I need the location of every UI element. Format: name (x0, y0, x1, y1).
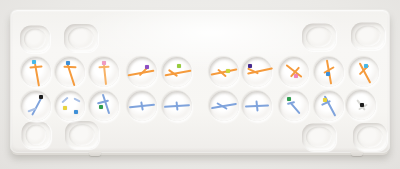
tray-foot-right (351, 151, 363, 156)
bead-yellowGreen (226, 69, 230, 73)
bead-magenta (294, 74, 298, 78)
bead-darkPurple (248, 64, 252, 68)
pit-r1c8[interactable] (314, 91, 344, 121)
store-top-1[interactable] (20, 26, 50, 53)
stick-orange (63, 66, 76, 68)
pit-r0c9[interactable] (349, 57, 379, 87)
pit-r1c2[interactable] (89, 91, 119, 121)
tray-foot-left (89, 151, 101, 156)
pit-r0c0[interactable] (21, 57, 51, 87)
pit-r0c2[interactable] (89, 57, 119, 87)
store-bottom-8[interactable] (353, 123, 387, 151)
bead-dotBlue (74, 110, 78, 114)
pit-r1c9[interactable] (346, 90, 376, 120)
bead-green (99, 105, 103, 109)
pit-r1c4[interactable] (162, 91, 192, 121)
store-well (306, 27, 332, 48)
store-well (24, 29, 46, 50)
tray (10, 9, 390, 153)
pit-r0c8[interactable] (314, 57, 344, 87)
bead-purple (145, 65, 149, 69)
store-bottom-6[interactable] (65, 121, 99, 149)
bead-pink (102, 61, 106, 65)
store-bottom-7[interactable] (302, 124, 336, 151)
bead-black (39, 95, 43, 99)
stick-blueLight (61, 97, 68, 104)
bead-lime (177, 64, 181, 68)
pit-r1c5[interactable] (209, 91, 239, 121)
stick-orangeLight (98, 66, 109, 68)
pit-r0c3[interactable] (127, 57, 157, 87)
pit-r1c1[interactable] (55, 91, 85, 121)
bead-black (360, 103, 364, 107)
bead-dotBlue (326, 72, 330, 76)
store-well (26, 125, 47, 146)
store-well (68, 27, 94, 49)
bead-green (287, 97, 291, 101)
stick-blue (102, 94, 110, 115)
store-well (357, 126, 383, 148)
bead-cyan (32, 60, 36, 64)
bead-yellow (323, 98, 327, 102)
store-bottom-5[interactable] (22, 122, 51, 149)
photo-scene (0, 0, 400, 169)
pit-r0c5[interactable] (209, 57, 239, 87)
store-well (69, 124, 95, 146)
pit-r1c0[interactable] (21, 91, 51, 121)
pit-r1c3[interactable] (127, 91, 157, 121)
stick-blue (255, 100, 258, 111)
pit-r0c1[interactable] (55, 57, 85, 87)
pit-r0c4[interactable] (162, 57, 192, 87)
pit-r1c7[interactable] (279, 91, 309, 121)
stick-blueLight (73, 97, 80, 102)
store-well (306, 127, 332, 148)
stick-blue (176, 101, 179, 110)
bead-cyan (364, 64, 368, 68)
store-well (355, 26, 381, 47)
stick-blue (31, 96, 43, 115)
bead-dotBlue (66, 61, 70, 65)
pit-r0c6[interactable] (242, 57, 272, 87)
store-top-3[interactable] (302, 24, 336, 51)
store-top-4[interactable] (351, 23, 385, 50)
pit-r1c6[interactable] (242, 91, 272, 121)
store-top-2[interactable] (64, 24, 98, 52)
pit-r0c7[interactable] (279, 57, 309, 87)
bead-yellow (63, 106, 67, 110)
